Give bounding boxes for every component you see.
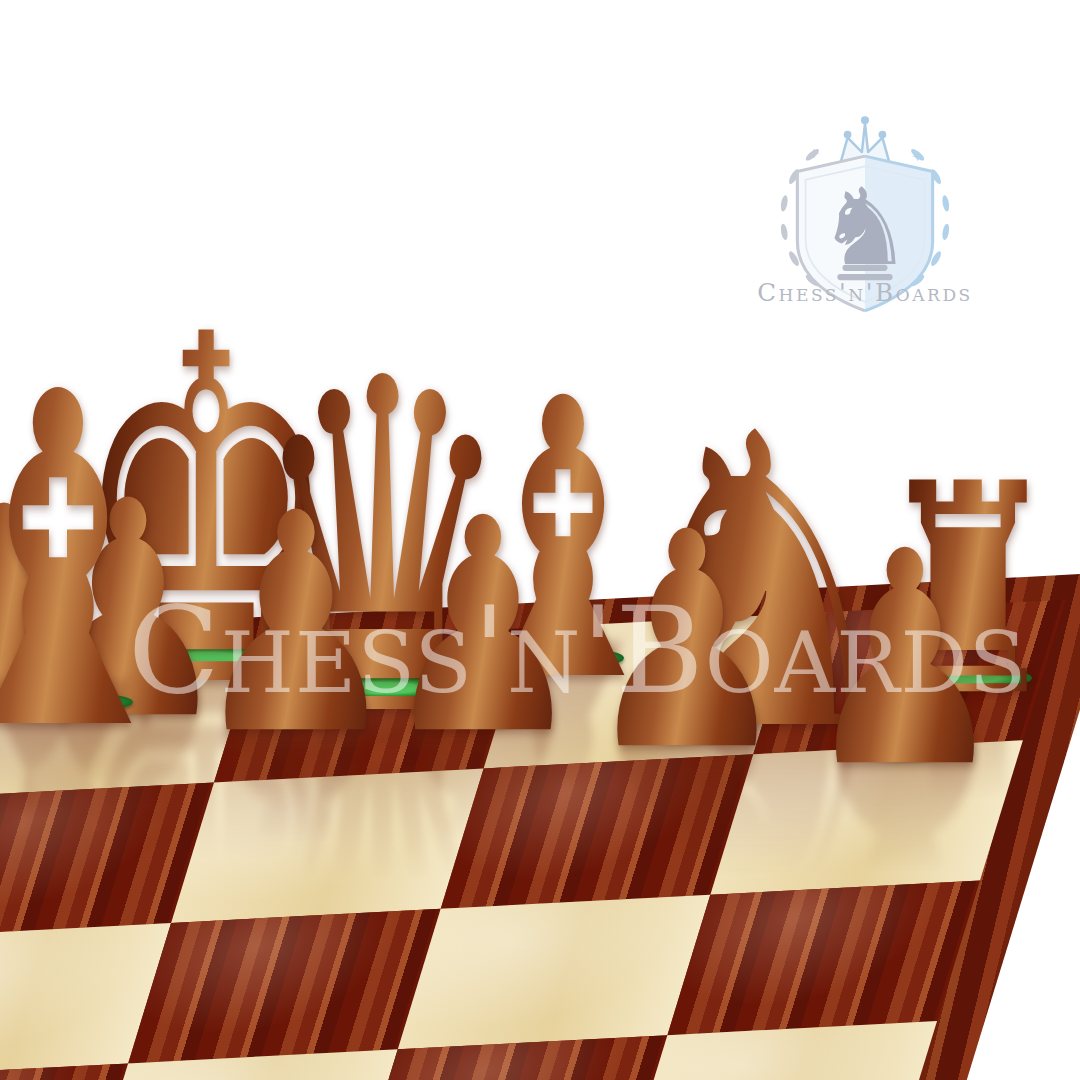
pawn-reflection: ♟	[0, 638, 102, 918]
pawn-reflection: ♟	[802, 690, 1008, 985]
piece-shadow	[822, 733, 989, 767]
pawn-icon: ♟	[0, 470, 102, 750]
felt-ring	[631, 720, 743, 742]
felt-ring	[0, 683, 56, 705]
bishop-icon: ♝	[0, 334, 198, 794]
piece-shadow	[0, 678, 82, 712]
brand-name: Chess'n'Boards	[757, 278, 973, 307]
brand-logo: ✦ ✦	[742, 110, 988, 315]
felt-ring	[0, 691, 133, 713]
piece-shadow	[603, 715, 771, 749]
product-photo-scene: ♚♚♝♝♜♜♛♛♟♟♟♟♝♝♞♞♟♟♟♟♟♟♟♟ Chess'n'Boards …	[0, 0, 1080, 1080]
felt-ring	[850, 738, 961, 760]
watermark-text: Chess'n'Boards	[128, 581, 1027, 720]
